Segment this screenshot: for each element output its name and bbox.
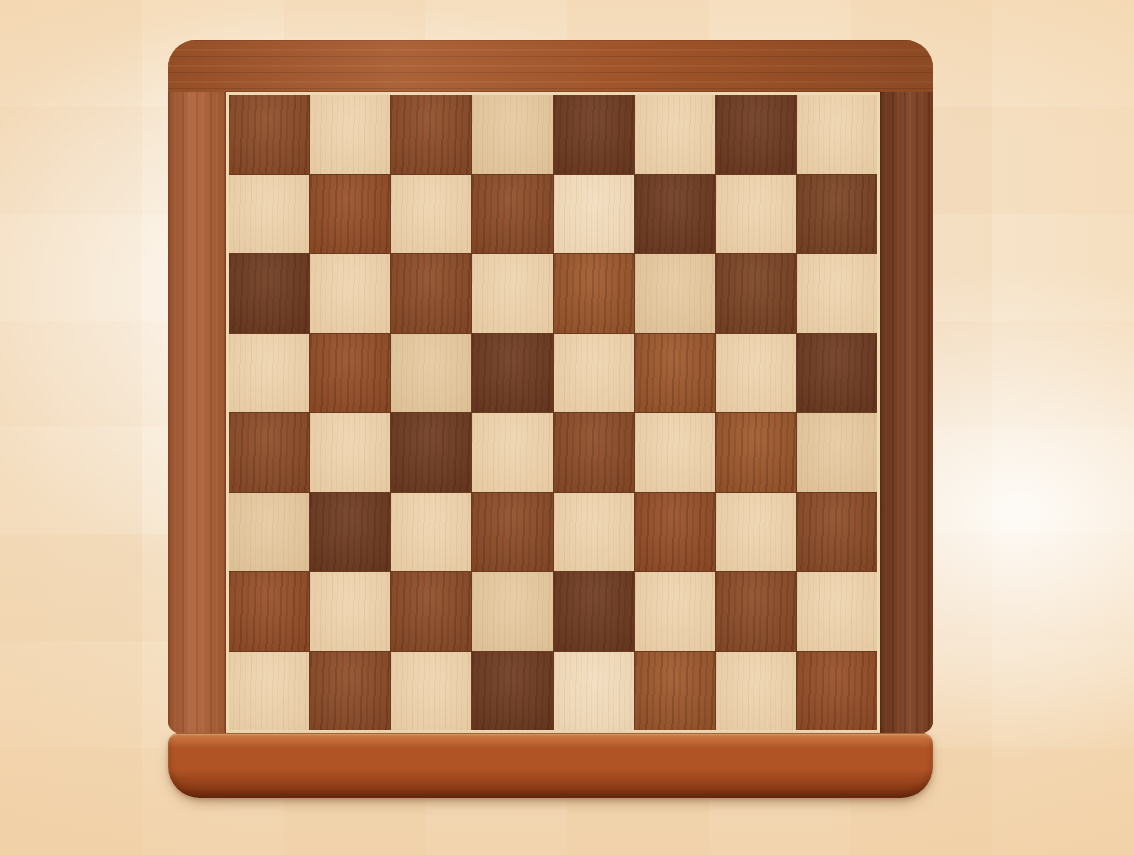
square-r3c8-light — [797, 254, 877, 333]
square-r6c8-dark — [797, 493, 877, 572]
square-r3c3-dark — [391, 254, 471, 333]
square-r7c7-dark — [716, 572, 796, 651]
square-r5c7-dark — [716, 413, 796, 492]
square-r2c1-light — [229, 175, 309, 254]
square-r1c7-dark — [716, 95, 796, 174]
square-r4c4-dark — [472, 334, 552, 413]
square-r8c8-dark — [797, 652, 877, 731]
square-r2c7-light — [716, 175, 796, 254]
square-r3c6-light — [635, 254, 715, 333]
square-r3c5-dark — [554, 254, 634, 333]
square-r7c3-dark — [391, 572, 471, 651]
square-r5c3-dark — [391, 413, 471, 492]
chess-board — [168, 40, 933, 798]
square-r5c8-light — [797, 413, 877, 492]
square-r7c4-light — [472, 572, 552, 651]
square-r6c4-dark — [472, 493, 552, 572]
square-r3c1-dark — [229, 254, 309, 333]
square-r2c4-dark — [472, 175, 552, 254]
square-r2c3-light — [391, 175, 471, 254]
square-r3c2-light — [310, 254, 390, 333]
square-r5c2-light — [310, 413, 390, 492]
square-r4c1-light — [229, 334, 309, 413]
square-r1c3-dark — [391, 95, 471, 174]
square-r6c5-light — [554, 493, 634, 572]
square-r8c2-dark — [310, 652, 390, 731]
square-r3c4-light — [472, 254, 552, 333]
square-r1c2-light — [310, 95, 390, 174]
square-r2c2-dark — [310, 175, 390, 254]
square-r7c2-light — [310, 572, 390, 651]
studio-backdrop — [0, 0, 1134, 855]
square-r4c8-dark — [797, 334, 877, 413]
square-r4c5-light — [554, 334, 634, 413]
square-r6c3-light — [391, 493, 471, 572]
board-grid — [229, 95, 877, 730]
square-r1c1-dark — [229, 95, 309, 174]
playing-area-with-maple-inlay — [226, 92, 880, 733]
board-frame — [168, 40, 933, 733]
square-r8c3-light — [391, 652, 471, 731]
square-r2c5-light — [554, 175, 634, 254]
frame-rail-top — [168, 40, 933, 92]
square-r6c6-dark — [635, 493, 715, 572]
square-r8c6-dark — [635, 652, 715, 731]
square-r5c4-light — [472, 413, 552, 492]
square-r6c7-light — [716, 493, 796, 572]
square-r7c8-light — [797, 572, 877, 651]
square-r8c5-light — [554, 652, 634, 731]
square-r8c7-light — [716, 652, 796, 731]
square-r4c3-light — [391, 334, 471, 413]
square-r4c2-dark — [310, 334, 390, 413]
frame-rail-right — [880, 92, 933, 733]
square-r3c7-dark — [716, 254, 796, 333]
square-r2c8-dark — [797, 175, 877, 254]
square-r7c6-light — [635, 572, 715, 651]
square-r4c7-light — [716, 334, 796, 413]
square-r6c2-dark — [310, 493, 390, 572]
square-r1c6-light — [635, 95, 715, 174]
square-r8c1-light — [229, 652, 309, 731]
square-r8c4-dark — [472, 652, 552, 731]
square-r5c6-light — [635, 413, 715, 492]
square-r4c6-dark — [635, 334, 715, 413]
board-side-edge — [168, 733, 933, 798]
square-r7c1-dark — [229, 572, 309, 651]
square-r1c4-light — [472, 95, 552, 174]
square-r5c1-dark — [229, 413, 309, 492]
frame-rail-left — [168, 92, 226, 733]
square-r2c6-dark — [635, 175, 715, 254]
square-r1c5-dark — [554, 95, 634, 174]
square-r6c1-light — [229, 493, 309, 572]
square-r1c8-light — [797, 95, 877, 174]
square-r5c5-dark — [554, 413, 634, 492]
square-r7c5-dark — [554, 572, 634, 651]
